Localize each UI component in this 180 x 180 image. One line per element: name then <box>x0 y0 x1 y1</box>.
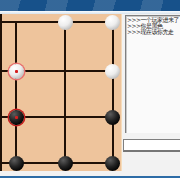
board-grid-line-vertical <box>15 21 17 164</box>
white-stone-last-move[interactable] <box>9 64 24 79</box>
window-bottom-edge <box>0 178 180 180</box>
white-stone[interactable] <box>58 15 73 30</box>
last-move-marker-dot <box>15 70 18 73</box>
last-move-marker-dot <box>15 116 18 119</box>
title-bar[interactable] <box>0 0 180 11</box>
black-stone[interactable] <box>105 110 120 125</box>
board-grid-line-vertical <box>64 21 66 164</box>
board-grid-line-vertical <box>112 21 114 164</box>
black-stone[interactable] <box>105 156 120 171</box>
white-stone[interactable] <box>105 64 120 79</box>
black-stone-last-move[interactable] <box>9 110 24 125</box>
chat-log: >>>一个玩家进来了 >>>你是黑色 >>>现在该你先走 <box>125 15 180 133</box>
board-grid-line-vertical <box>0 14 2 171</box>
chat-input[interactable] <box>123 139 180 152</box>
white-stone[interactable] <box>105 15 120 30</box>
game-board[interactable] <box>0 14 122 171</box>
chat-message: >>>现在该你先走 <box>127 29 180 35</box>
black-stone[interactable] <box>58 156 73 171</box>
black-stone[interactable] <box>9 156 24 171</box>
game-window: >>>一个玩家进来了 >>>你是黑色 >>>现在该你先走 <box>0 0 180 180</box>
